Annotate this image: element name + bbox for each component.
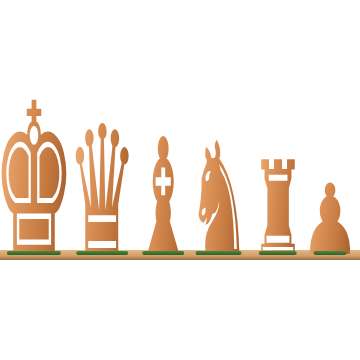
pawn-felt-pad [313, 251, 346, 255]
chess-set-photo: ♚ ♛ ♝ ♞ ♜ ♟ [0, 0, 360, 360]
chess-piece-pawn: ♟ [286, 156, 360, 254]
